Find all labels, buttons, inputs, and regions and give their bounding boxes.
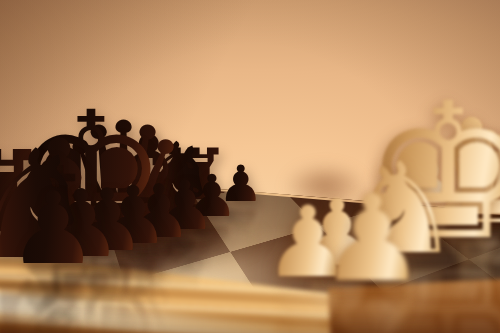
black-pawn-1[interactable]: ♟ xyxy=(8,179,98,279)
white-pawn-3[interactable]: ♟ xyxy=(318,179,426,299)
chess-photo-scene: ♜♞♝♚♛♝♞♜♟♟♟♟♟♟♟♟♟♟♟♞♟♚♝♛♜ ♜♞♝♚♛♝♞♜♟♟♟♟♟♟… xyxy=(0,0,500,333)
pieces-layer: ♜♞♝♚♛♝♞♜♟♟♟♟♟♟♟♟♟♟♟♞♟♚♝♛♜ xyxy=(0,0,500,333)
